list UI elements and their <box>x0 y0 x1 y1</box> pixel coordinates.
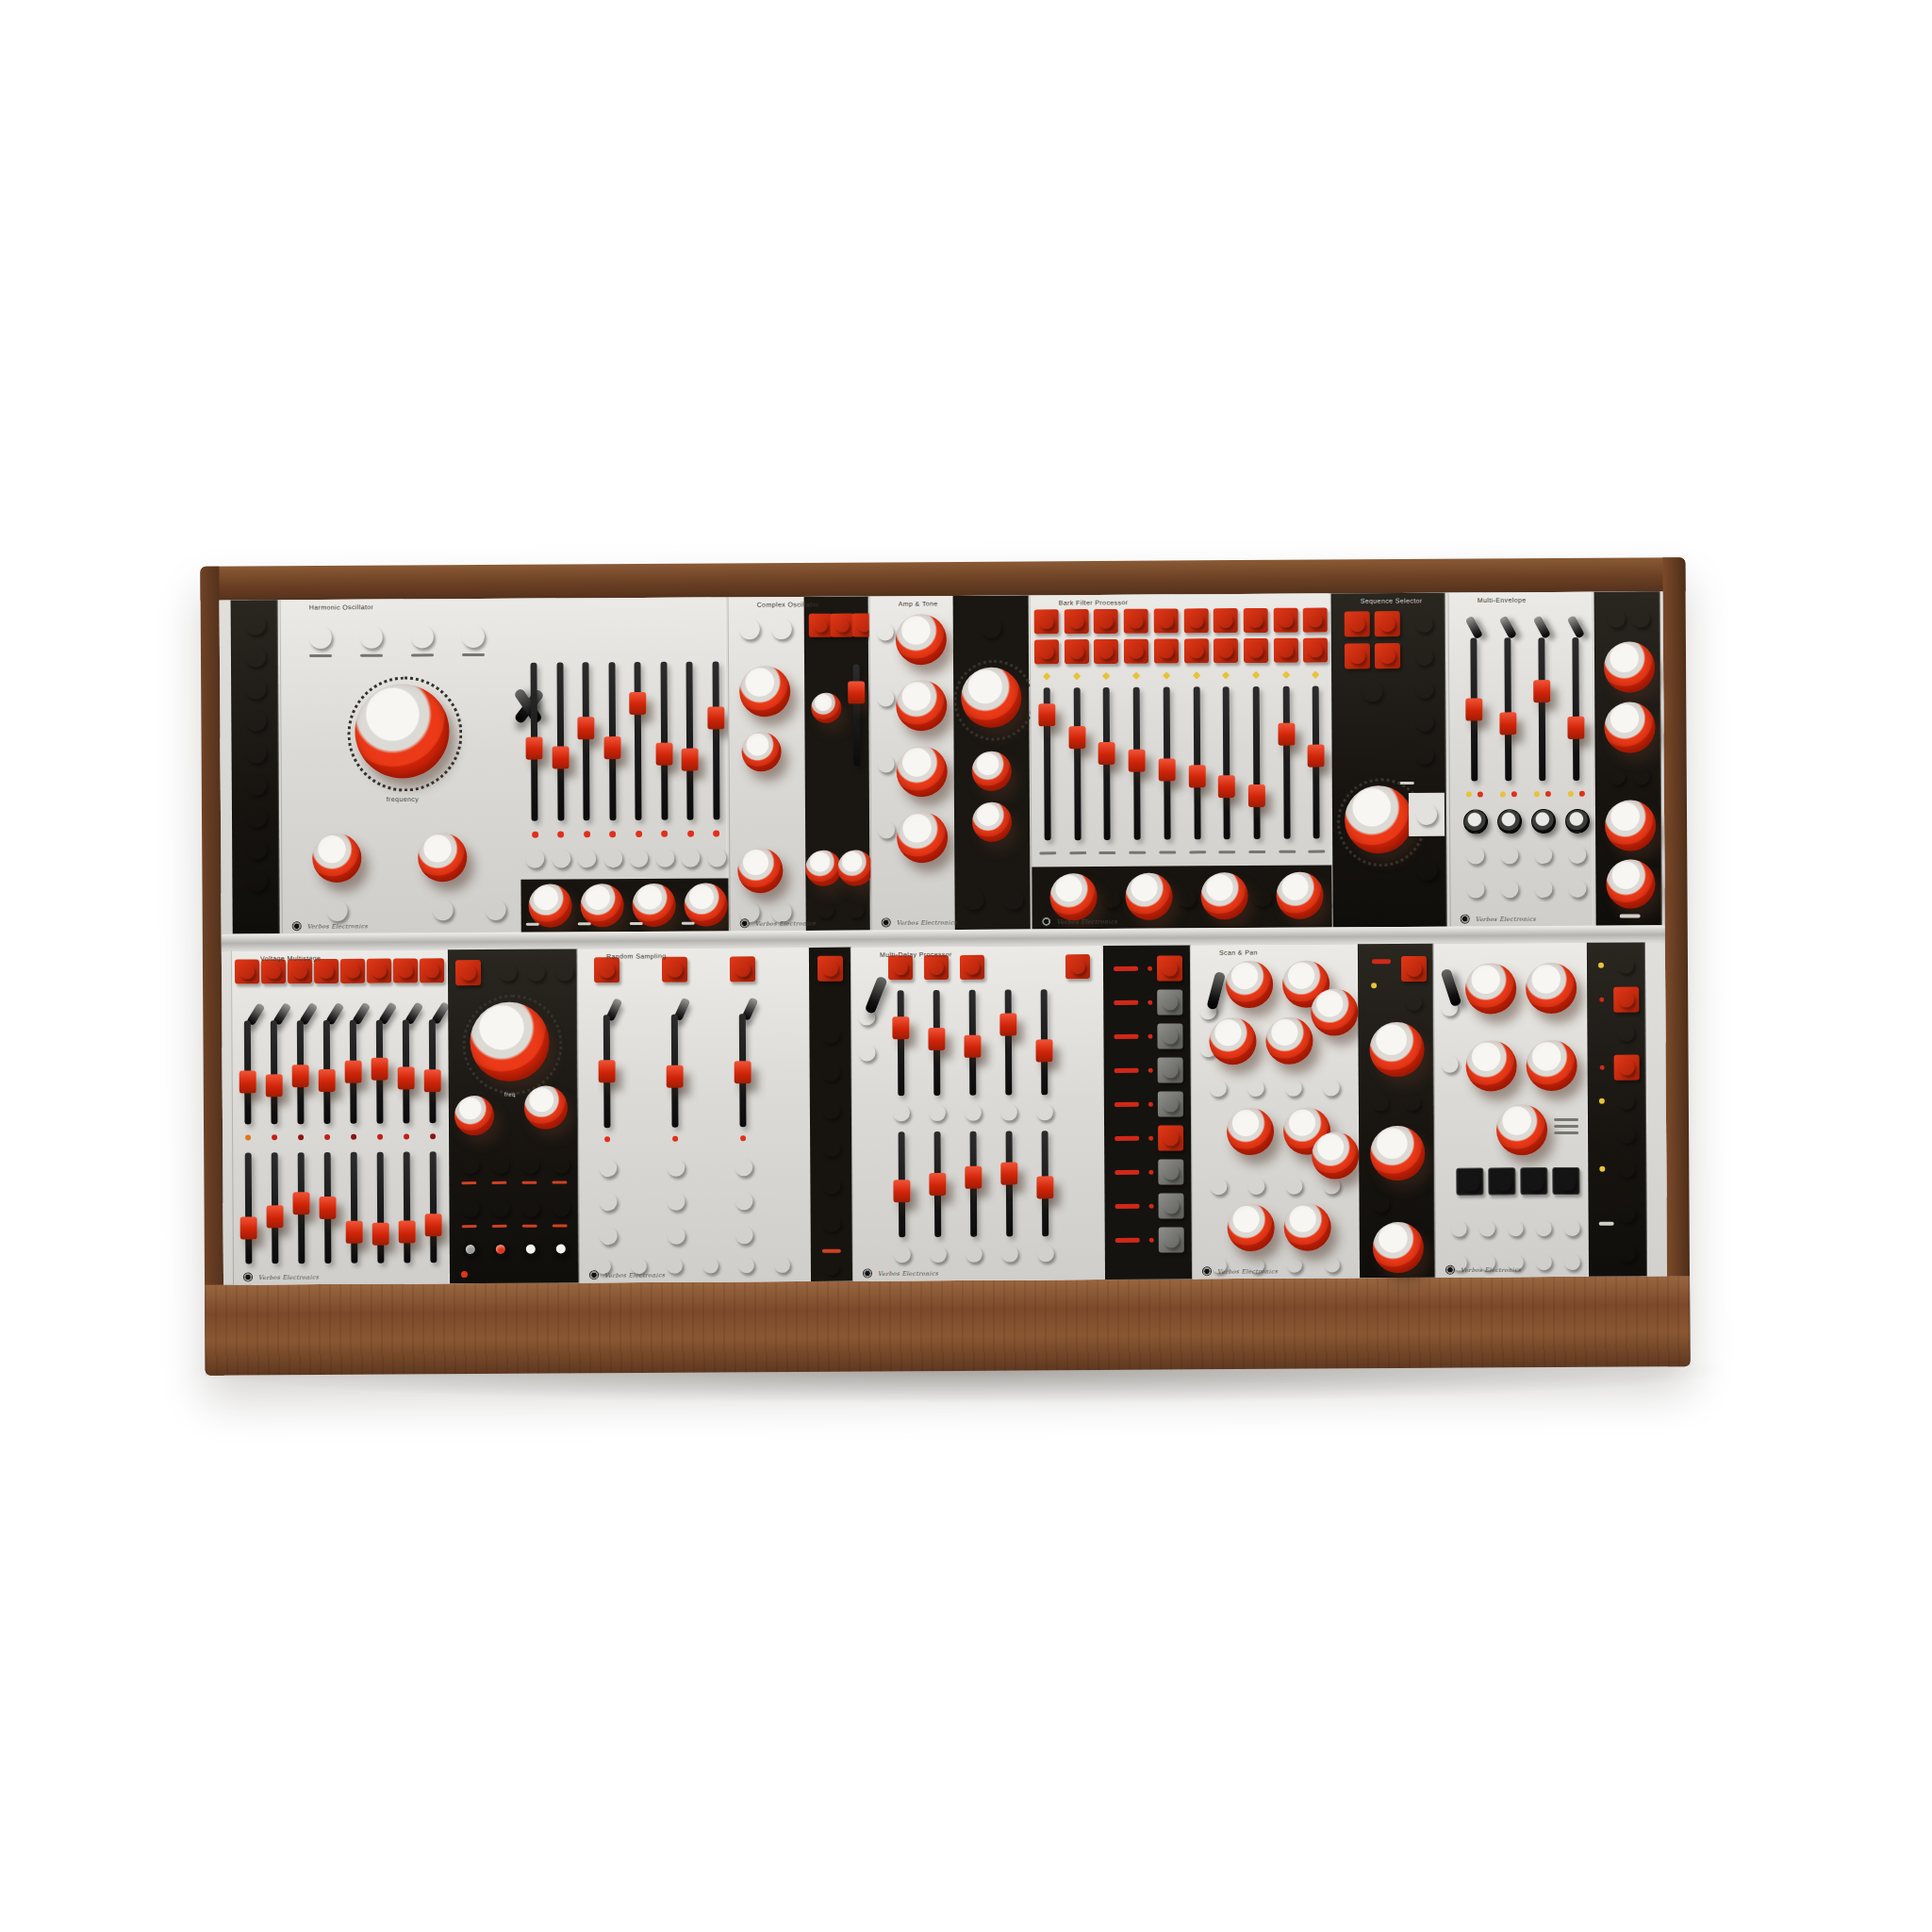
patch-jack[interactable] <box>1124 639 1148 664</box>
patch-jack[interactable] <box>1248 613 1263 628</box>
patch-jack[interactable] <box>521 1155 539 1173</box>
patch-jack[interactable] <box>266 964 281 979</box>
patch-jack[interactable] <box>1374 643 1399 669</box>
red-knob[interactable] <box>1526 963 1577 1014</box>
red-knob[interactable] <box>1606 859 1655 908</box>
patch-jack[interactable] <box>1372 1094 1389 1111</box>
patch-jack[interactable] <box>314 959 339 983</box>
red-knob[interactable] <box>896 614 947 665</box>
slider[interactable] <box>239 1152 258 1263</box>
red-knob[interactable] <box>1049 873 1097 920</box>
patch-jack[interactable] <box>1374 611 1399 636</box>
patch-jack[interactable] <box>367 959 391 983</box>
toggle-switch[interactable] <box>1533 615 1551 638</box>
patch-jack[interactable] <box>1372 1196 1389 1213</box>
patch-jack[interactable] <box>1065 954 1090 979</box>
patch-jack[interactable] <box>340 959 365 983</box>
patch-jack[interactable] <box>1609 768 1626 785</box>
patch-jack[interactable] <box>1405 960 1421 976</box>
patch-jack[interactable] <box>667 1158 685 1176</box>
red-knob[interactable] <box>1265 1017 1313 1065</box>
patch-jack[interactable] <box>965 1104 982 1121</box>
slider[interactable] <box>1277 686 1296 839</box>
slider[interactable] <box>1157 687 1177 840</box>
patch-jack[interactable] <box>1344 643 1369 669</box>
patch-jack[interactable] <box>858 1008 875 1025</box>
black-knob[interactable] <box>1531 809 1556 834</box>
patch-jack[interactable] <box>1001 1246 1018 1263</box>
patch-jack[interactable] <box>486 900 506 920</box>
slider[interactable] <box>318 1152 338 1263</box>
red-knob[interactable] <box>972 802 1012 842</box>
patch-jack[interactable] <box>817 955 842 981</box>
patch-jack[interactable] <box>1617 957 1634 974</box>
patch-jack[interactable] <box>246 870 267 891</box>
slider[interactable] <box>1034 989 1054 1095</box>
patch-jack[interactable] <box>655 849 674 867</box>
black-knob[interactable] <box>1463 809 1488 834</box>
red-knob[interactable] <box>1373 1222 1424 1273</box>
patch-jack[interactable] <box>1461 1173 1479 1191</box>
toggle-switch[interactable] <box>1499 616 1517 639</box>
patch-jack[interactable] <box>1303 638 1328 663</box>
patch-jack[interactable] <box>1500 880 1518 898</box>
patch-jack[interactable] <box>1348 616 1364 632</box>
patch-jack[interactable] <box>1161 960 1177 976</box>
patch-jack[interactable] <box>707 848 726 867</box>
patch-jack[interactable] <box>1064 609 1088 634</box>
red-knob[interactable] <box>1276 872 1323 919</box>
slider[interactable] <box>1532 637 1552 781</box>
red-knob[interactable] <box>1226 961 1273 1008</box>
patch-jack[interactable] <box>963 889 983 910</box>
patch-jack[interactable] <box>878 821 895 838</box>
patch-jack[interactable] <box>1244 608 1268 633</box>
patch-jack[interactable] <box>1488 1167 1515 1195</box>
patch-jack[interactable] <box>821 1100 839 1118</box>
patch-jack[interactable] <box>817 901 834 918</box>
patch-jack[interactable] <box>1178 888 1197 907</box>
slider[interactable] <box>928 1131 948 1237</box>
slider[interactable] <box>1098 687 1117 840</box>
patch-jack[interactable] <box>771 619 792 639</box>
patch-jack[interactable] <box>1441 999 1458 1016</box>
patch-jack[interactable] <box>1279 643 1294 658</box>
patch-jack[interactable] <box>1163 1164 1179 1180</box>
patch-jack[interactable] <box>1303 608 1328 633</box>
patch-jack[interactable] <box>498 963 516 981</box>
toggle-switch[interactable] <box>1465 616 1483 639</box>
patch-jack[interactable] <box>734 961 750 977</box>
patch-jack[interactable] <box>1039 614 1054 629</box>
patch-jack[interactable] <box>729 956 754 982</box>
slider[interactable] <box>1067 687 1087 840</box>
indicator-light[interactable] <box>463 1242 478 1257</box>
red-knob[interactable] <box>811 693 841 723</box>
slider[interactable] <box>1127 687 1147 840</box>
patch-jack[interactable] <box>1534 880 1552 898</box>
patch-jack[interactable] <box>1000 1104 1017 1121</box>
patch-jack[interactable] <box>454 960 480 985</box>
slider[interactable] <box>680 662 700 820</box>
patch-jack[interactable] <box>1568 879 1586 897</box>
patch-jack[interactable] <box>666 1257 682 1273</box>
patch-jack[interactable] <box>245 646 266 667</box>
patch-jack[interactable] <box>1466 880 1484 898</box>
red-knob[interactable] <box>1605 800 1656 850</box>
red-knob[interactable] <box>528 883 571 927</box>
patch-jack[interactable] <box>822 1138 840 1156</box>
patch-jack[interactable] <box>1325 1257 1340 1272</box>
patch-jack[interactable] <box>526 963 544 981</box>
patch-jack[interactable] <box>552 849 570 867</box>
slider[interactable] <box>290 1020 310 1124</box>
patch-jack[interactable] <box>598 962 614 978</box>
patch-jack[interactable] <box>1416 804 1437 825</box>
patch-jack[interactable] <box>593 957 619 983</box>
patch-jack[interactable] <box>1252 888 1271 907</box>
red-knob[interactable] <box>454 1096 494 1135</box>
slider[interactable] <box>317 1020 337 1124</box>
patch-jack[interactable] <box>1563 1219 1579 1235</box>
patch-jack[interactable] <box>292 964 307 979</box>
patch-jack[interactable] <box>1069 644 1084 659</box>
red-knob[interactable] <box>1284 1204 1331 1251</box>
patch-jack[interactable] <box>246 774 267 795</box>
patch-jack[interactable] <box>1308 613 1323 628</box>
slider[interactable] <box>422 1019 442 1123</box>
patch-jack[interactable] <box>462 625 485 648</box>
patch-jack[interactable] <box>1070 959 1085 974</box>
patch-jack[interactable] <box>1617 1025 1634 1042</box>
red-knob[interactable] <box>1125 873 1172 920</box>
patch-jack[interactable] <box>1129 644 1144 659</box>
slider[interactable] <box>964 1131 983 1237</box>
slider[interactable] <box>999 990 1018 1096</box>
patch-jack[interactable] <box>1158 1125 1183 1150</box>
patch-jack[interactable] <box>1456 1167 1483 1195</box>
patch-jack[interactable] <box>1157 1023 1182 1049</box>
patch-jack[interactable] <box>360 626 383 649</box>
patch-jack[interactable] <box>813 618 827 632</box>
patch-jack[interactable] <box>1159 614 1174 629</box>
patch-jack[interactable] <box>1162 1062 1178 1078</box>
patch-jack[interactable] <box>525 850 544 868</box>
patch-jack[interactable] <box>667 1192 685 1210</box>
patch-jack[interactable] <box>1218 643 1233 658</box>
patch-jack[interactable] <box>552 1155 570 1173</box>
patch-jack[interactable] <box>830 613 853 636</box>
red-knob[interactable] <box>739 666 790 717</box>
patch-jack[interactable] <box>702 1257 718 1273</box>
patch-jack[interactable] <box>1607 609 1625 627</box>
patch-jack[interactable] <box>245 614 266 635</box>
patch-jack[interactable] <box>877 623 894 640</box>
slider[interactable] <box>892 1131 912 1237</box>
patch-jack[interactable] <box>261 959 286 983</box>
patch-jack[interactable] <box>1098 644 1114 659</box>
patch-jack[interactable] <box>1158 1159 1183 1184</box>
patch-jack[interactable] <box>1618 1161 1635 1178</box>
patch-jack[interactable] <box>577 849 596 867</box>
slider[interactable] <box>238 1020 257 1124</box>
slider[interactable] <box>847 665 867 767</box>
patch-jack[interactable] <box>1188 643 1203 658</box>
patch-jack[interactable] <box>667 1226 685 1244</box>
slider[interactable] <box>265 1152 285 1263</box>
slider[interactable] <box>343 1020 363 1124</box>
patch-jack[interactable] <box>1183 638 1208 663</box>
slider[interactable] <box>1216 686 1236 839</box>
red-knob[interactable] <box>737 848 783 893</box>
patch-jack[interactable] <box>1323 1079 1340 1096</box>
patch-jack[interactable] <box>1287 1258 1302 1273</box>
patch-jack[interactable] <box>1162 1096 1178 1112</box>
patch-jack[interactable] <box>1618 1059 1634 1075</box>
red-knob[interactable] <box>805 850 841 886</box>
patch-jack[interactable] <box>822 1176 840 1194</box>
patch-jack[interactable] <box>1153 608 1178 633</box>
patch-jack[interactable] <box>1002 888 1023 909</box>
patch-jack[interactable] <box>420 958 444 983</box>
red-knob[interactable] <box>1604 641 1655 692</box>
red-knob[interactable] <box>1312 1131 1359 1179</box>
patch-jack[interactable] <box>737 1257 753 1273</box>
patch-jack[interactable] <box>372 964 387 979</box>
black-knob[interactable] <box>1565 809 1590 834</box>
patch-jack[interactable] <box>1416 860 1437 881</box>
patch-jack[interactable] <box>735 1158 752 1176</box>
patch-jack[interactable] <box>1065 639 1089 664</box>
patch-jack[interactable] <box>1500 846 1518 864</box>
slider[interactable] <box>291 1152 311 1263</box>
patch-jack[interactable] <box>1520 1167 1547 1195</box>
patch-jack[interactable] <box>735 1226 752 1244</box>
red-knob[interactable] <box>1370 1126 1425 1181</box>
patch-jack[interactable] <box>681 849 700 867</box>
patch-jack[interactable] <box>245 710 266 731</box>
patch-jack[interactable] <box>1415 713 1433 731</box>
red-knob[interactable] <box>1228 1204 1275 1251</box>
patch-jack[interactable] <box>1526 1173 1544 1191</box>
patch-jack[interactable] <box>603 849 622 867</box>
patch-jack[interactable] <box>1034 609 1059 634</box>
patch-jack[interactable] <box>929 960 944 975</box>
patch-jack[interactable] <box>459 965 475 981</box>
patch-jack[interactable] <box>235 959 259 983</box>
slider[interactable] <box>371 1152 390 1263</box>
patch-jack[interactable] <box>1162 1028 1178 1044</box>
patch-jack[interactable] <box>1442 1056 1459 1073</box>
patch-jack[interactable] <box>1037 1245 1054 1262</box>
patch-jack[interactable] <box>246 742 267 763</box>
patch-jack[interactable] <box>1244 638 1268 663</box>
slider[interactable] <box>396 1019 416 1123</box>
patch-jack[interactable] <box>554 963 572 981</box>
patch-jack[interactable] <box>1344 611 1369 636</box>
patch-jack[interactable] <box>1124 609 1148 634</box>
patch-jack[interactable] <box>411 625 434 648</box>
patch-jack[interactable] <box>1633 768 1650 784</box>
patch-jack[interactable] <box>1414 647 1432 665</box>
patch-jack[interactable] <box>821 1063 839 1081</box>
slider[interactable] <box>654 662 674 820</box>
slider[interactable] <box>1566 637 1586 781</box>
patch-jack[interactable] <box>1094 609 1118 634</box>
patch-jack[interactable] <box>1507 1220 1523 1236</box>
patch-jack[interactable] <box>877 689 894 706</box>
slider[interactable] <box>733 1014 752 1127</box>
patch-jack[interactable] <box>1158 1193 1183 1218</box>
patch-jack[interactable] <box>1415 680 1433 698</box>
red-knob[interactable] <box>1200 872 1247 919</box>
patch-jack[interactable] <box>1414 614 1432 632</box>
patch-jack[interactable] <box>1163 1197 1179 1214</box>
slider[interactable] <box>576 662 596 820</box>
patch-jack[interactable] <box>924 955 949 980</box>
patch-jack[interactable] <box>345 964 360 979</box>
patch-jack[interactable] <box>1068 614 1083 629</box>
patch-jack[interactable] <box>1157 1091 1182 1116</box>
patch-jack[interactable] <box>981 618 1001 638</box>
patch-jack[interactable] <box>878 755 895 772</box>
red-knob[interactable] <box>312 834 361 883</box>
patch-jack[interactable] <box>929 1104 946 1121</box>
patch-jack[interactable] <box>599 1159 617 1177</box>
red-knob[interactable] <box>837 850 873 885</box>
patch-jack[interactable] <box>1214 608 1238 633</box>
patch-jack[interactable] <box>461 1199 479 1217</box>
patch-jack[interactable] <box>1273 608 1297 633</box>
slider[interactable] <box>524 663 544 821</box>
patch-jack[interactable] <box>821 960 837 976</box>
patch-jack[interactable] <box>1183 608 1208 633</box>
red-knob[interactable] <box>1496 1104 1547 1155</box>
red-knob[interactable] <box>897 812 948 863</box>
red-knob[interactable] <box>1526 1040 1577 1091</box>
patch-jack[interactable] <box>1619 1246 1636 1263</box>
patch-jack[interactable] <box>1348 648 1364 664</box>
patch-jack[interactable] <box>246 838 267 859</box>
patch-jack[interactable] <box>739 619 760 639</box>
patch-jack[interactable] <box>433 900 454 920</box>
patch-jack[interactable] <box>666 961 682 977</box>
patch-jack[interactable] <box>1552 1166 1579 1194</box>
patch-jack[interactable] <box>599 1193 617 1211</box>
patch-jack[interactable] <box>599 1227 617 1245</box>
patch-jack[interactable] <box>491 1198 509 1216</box>
patch-jack[interactable] <box>1618 1093 1635 1110</box>
patch-jack[interactable] <box>393 958 418 983</box>
patch-jack[interactable] <box>461 1156 479 1174</box>
slider[interactable] <box>603 662 622 820</box>
patch-jack[interactable] <box>1098 614 1114 629</box>
red-knob[interactable] <box>897 746 948 797</box>
patch-jack[interactable] <box>930 1246 947 1263</box>
patch-jack[interactable] <box>1478 1220 1494 1236</box>
patch-jack[interactable] <box>1273 638 1297 663</box>
patch-jack[interactable] <box>1494 1173 1511 1191</box>
patch-jack[interactable] <box>1214 638 1238 663</box>
patch-jack[interactable] <box>1157 989 1182 1015</box>
patch-jack[interactable] <box>1631 609 1649 627</box>
slider[interactable] <box>1187 686 1207 839</box>
patch-jack[interactable] <box>245 678 266 699</box>
red-knob[interactable] <box>1369 1022 1424 1077</box>
patch-jack[interactable] <box>1405 994 1422 1011</box>
patch-jack[interactable] <box>1618 991 1634 1007</box>
patch-jack[interactable] <box>1094 639 1118 664</box>
patch-jack[interactable] <box>319 964 334 979</box>
patch-jack[interactable] <box>859 1044 876 1061</box>
patch-jack[interactable] <box>309 626 332 649</box>
slider[interactable] <box>551 662 570 820</box>
patch-jack[interactable] <box>491 1155 509 1173</box>
patch-jack[interactable] <box>1247 1178 1264 1195</box>
patch-jack[interactable] <box>1247 1080 1264 1097</box>
patch-jack[interactable] <box>773 1257 789 1273</box>
patch-jack[interactable] <box>1163 1130 1179 1146</box>
patch-jack[interactable] <box>1558 1172 1576 1190</box>
patch-jack[interactable] <box>1285 1080 1302 1097</box>
patch-jack[interactable] <box>239 964 255 979</box>
slider[interactable] <box>344 1152 364 1263</box>
patch-jack[interactable] <box>1034 639 1059 664</box>
patch-jack[interactable] <box>1199 1002 1216 1019</box>
slider[interactable] <box>963 990 983 1096</box>
patch-jack[interactable] <box>1163 1231 1179 1247</box>
patch-jack[interactable] <box>1308 643 1323 658</box>
patch-jack[interactable] <box>1613 986 1639 1012</box>
red-knob[interactable] <box>580 883 623 927</box>
patch-jack[interactable] <box>1619 1206 1636 1223</box>
patch-jack[interactable] <box>1450 1220 1466 1236</box>
patch-jack[interactable] <box>966 1246 983 1263</box>
patch-jack[interactable] <box>424 963 439 978</box>
patch-jack[interactable] <box>1188 613 1203 628</box>
slider[interactable] <box>1035 1131 1055 1236</box>
patch-jack[interactable] <box>848 901 865 918</box>
patch-jack[interactable] <box>1162 994 1178 1010</box>
slider[interactable] <box>891 990 911 1096</box>
patch-jack[interactable] <box>822 1214 840 1231</box>
patch-jack[interactable] <box>1568 845 1586 863</box>
patch-jack[interactable] <box>1218 613 1233 628</box>
patch-jack[interactable] <box>552 1198 570 1216</box>
slider[interactable] <box>1306 686 1326 839</box>
big-red-knob[interactable] <box>961 668 1021 728</box>
patch-jack[interactable] <box>1039 644 1054 659</box>
patch-jack[interactable] <box>824 1261 839 1276</box>
patch-jack[interactable] <box>1210 1178 1227 1195</box>
red-knob[interactable] <box>896 680 947 731</box>
red-knob[interactable] <box>1604 702 1655 752</box>
patch-jack[interactable] <box>1379 648 1395 664</box>
red-knob[interactable] <box>418 833 467 882</box>
red-knob[interactable] <box>1227 1108 1274 1155</box>
patch-jack[interactable] <box>960 955 984 980</box>
slider[interactable] <box>1498 637 1518 781</box>
patch-jack[interactable] <box>327 900 348 921</box>
patch-jack[interactable] <box>246 806 267 827</box>
red-knob[interactable] <box>1209 1017 1256 1065</box>
patch-jack[interactable] <box>1323 1177 1340 1194</box>
patch-jack[interactable] <box>735 1192 752 1210</box>
patch-jack[interactable] <box>1534 846 1552 864</box>
indicator-light[interactable] <box>493 1242 508 1257</box>
red-knob[interactable] <box>1465 1040 1516 1091</box>
patch-jack[interactable] <box>1404 1094 1421 1111</box>
